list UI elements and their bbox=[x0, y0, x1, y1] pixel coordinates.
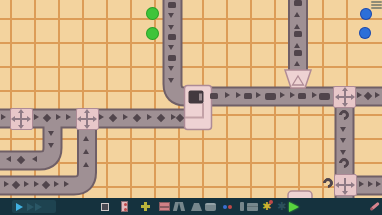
router-east-main-bar-v bbox=[344, 90, 346, 104]
crate-tool[interactable] bbox=[246, 200, 259, 213]
router-west-2-arrow-r bbox=[93, 116, 97, 122]
belt-chevron-u bbox=[294, 61, 300, 66]
green-resource-dot bbox=[146, 7, 159, 20]
belt-chevron-r bbox=[34, 181, 39, 187]
game-board: ✱✱ bbox=[0, 0, 382, 215]
belt-post-tool-glyph bbox=[121, 201, 128, 212]
belt-chevron-r bbox=[312, 92, 317, 98]
belt-chevron-r bbox=[368, 181, 373, 187]
machine-slot bbox=[199, 94, 202, 101]
paired-dots-tool-glyph bbox=[223, 205, 232, 209]
router-east-main-arrow-u bbox=[342, 87, 348, 91]
box-structure-tool[interactable] bbox=[204, 200, 217, 213]
bottom-toolbar: ✱✱ bbox=[0, 198, 382, 215]
belt-chevron-r bbox=[34, 114, 39, 120]
tent-structure-tool-glyph bbox=[191, 203, 202, 211]
belt-chevron-u bbox=[294, 24, 300, 29]
belt-chevron-r bbox=[357, 92, 362, 98]
belt-edge-north-belt-curving-east bbox=[173, 0, 382, 97]
belt-chevron-r bbox=[56, 114, 61, 120]
belt-chevron-u bbox=[294, 12, 300, 17]
router-west-1-arrow-d bbox=[18, 125, 24, 129]
belt-chevron-r bbox=[236, 92, 241, 98]
belt-item-tool bbox=[294, 31, 302, 37]
belt-post-tool[interactable] bbox=[118, 200, 131, 213]
router-west-1-arrow-l bbox=[11, 116, 15, 122]
belt-chevron-r bbox=[24, 181, 29, 187]
router-west-2-arrow-u bbox=[84, 109, 90, 113]
belt-item-widget bbox=[265, 93, 276, 100]
splitter-southeast-arrow-l bbox=[335, 182, 339, 188]
crate-tool-glyph bbox=[247, 203, 258, 211]
paired-dots-tool-blue bbox=[223, 205, 227, 209]
bridge-tool[interactable] bbox=[172, 200, 185, 213]
router-west-2-arrow-l bbox=[77, 116, 81, 122]
router-east-main-arrow-l bbox=[335, 94, 339, 100]
menu-line bbox=[371, 1, 382, 3]
router-west-1-bar-v bbox=[20, 112, 22, 126]
post-small-tool-glyph bbox=[240, 202, 244, 211]
tent-structure-tool[interactable] bbox=[190, 200, 203, 213]
belt-post-tool-dot-top bbox=[124, 203, 127, 206]
belt-chevron-d bbox=[168, 25, 174, 30]
belt-chevron-r bbox=[54, 181, 59, 187]
belt-chevron-u bbox=[83, 162, 89, 167]
belt-chevron-r bbox=[147, 114, 152, 120]
belt-item-tool bbox=[210, 93, 218, 99]
router-east-main-arrow-r bbox=[351, 94, 355, 100]
menu-line bbox=[371, 4, 382, 6]
belt-chevron-r bbox=[123, 114, 128, 120]
list-menu-icon[interactable] bbox=[371, 1, 382, 11]
inactive-gear-tool-glyph: ✱ bbox=[276, 201, 287, 212]
belt-chevron-r bbox=[66, 114, 71, 120]
belt-north-belt-curving-east[interactable] bbox=[173, 0, 382, 97]
router-east-main-arrow-d bbox=[342, 103, 348, 107]
belt-chevron-r bbox=[4, 181, 9, 187]
launch-arrow-tool[interactable] bbox=[287, 200, 300, 213]
splitter-southeast-arrow-r bbox=[351, 182, 355, 188]
select-square-tool[interactable] bbox=[98, 200, 111, 213]
paired-dots-tool[interactable] bbox=[221, 200, 234, 213]
launch-arrow-tool-glyph bbox=[289, 202, 299, 212]
splitter-southeast-arrow-d bbox=[342, 191, 348, 195]
belt-chevron-u bbox=[294, 43, 300, 48]
splitter-southeast-bar-v bbox=[344, 178, 346, 192]
paint-brush-tool[interactable] bbox=[368, 200, 381, 213]
belt-chevron-d bbox=[168, 78, 174, 83]
blue-resource-dot bbox=[359, 27, 371, 39]
add-plus-tool[interactable] bbox=[139, 200, 152, 213]
belt-item-tool bbox=[168, 34, 176, 40]
belt-chevron-l bbox=[32, 156, 37, 162]
add-plus-tool-glyph bbox=[141, 202, 150, 211]
belt-chevron-r bbox=[64, 181, 69, 187]
paired-dots-tool-red bbox=[228, 205, 232, 209]
belt-chevron-l bbox=[6, 156, 11, 162]
belt-chevron-r bbox=[359, 181, 364, 187]
tool-strip: ✱✱ bbox=[0, 198, 382, 215]
belt-chevron-r bbox=[280, 92, 285, 98]
belt-chevron-r bbox=[99, 114, 104, 120]
router-west-2-arrow-d bbox=[84, 125, 90, 129]
belt-post-tool-dot-bottom bbox=[124, 208, 127, 211]
box-structure-tool-glyph bbox=[205, 203, 216, 211]
belt-item-tool bbox=[168, 55, 176, 61]
belt-item-tool bbox=[298, 93, 306, 99]
belt-chevron-r bbox=[376, 181, 381, 187]
belt-chevron-r bbox=[225, 92, 230, 98]
belt-chevron-d bbox=[48, 143, 54, 148]
bridge-tool-l bbox=[172, 202, 178, 211]
belt-chevron-r bbox=[375, 92, 380, 98]
router-west-1-arrow-u bbox=[18, 109, 24, 113]
belt-item-widget bbox=[319, 93, 330, 100]
green-resource-dot bbox=[146, 27, 159, 40]
belt-chevron-d bbox=[340, 138, 346, 143]
wrench-gear-tool-glyph: ✱ bbox=[261, 201, 272, 212]
belt-chevron-r bbox=[256, 92, 261, 98]
belt-chevron-d bbox=[48, 131, 54, 136]
bridge-tool-r bbox=[178, 202, 184, 211]
belt-chevron-d bbox=[168, 13, 174, 18]
belt-item-tool bbox=[294, 0, 302, 6]
router-west-1-arrow-r bbox=[27, 116, 31, 122]
belt-item-tool bbox=[168, 2, 176, 8]
station-tool-glyph bbox=[159, 202, 170, 211]
select-square-tool-glyph bbox=[101, 203, 109, 211]
wrench-gear-tool-badge bbox=[269, 200, 273, 204]
belt-chevron-d bbox=[168, 66, 174, 71]
station-tool[interactable] bbox=[158, 200, 171, 213]
belt-chevron-u bbox=[83, 136, 89, 141]
add-plus-tool-v bbox=[144, 202, 147, 211]
bridge-tool-glyph bbox=[174, 202, 184, 211]
router-west-2-bar-v bbox=[86, 112, 88, 126]
belt-chevron-d bbox=[168, 45, 174, 50]
belt-chevron-r bbox=[1, 114, 6, 120]
belt-chevron-d bbox=[340, 150, 346, 155]
wrench-gear-tool[interactable]: ✱ bbox=[260, 200, 273, 213]
belt-item-tool bbox=[294, 50, 302, 56]
belt-chevron-d bbox=[340, 127, 346, 132]
menu-line bbox=[371, 7, 382, 9]
belt-item-tool bbox=[244, 93, 252, 99]
belt-chevron-r bbox=[290, 92, 295, 98]
paint-brush-tool-glyph bbox=[369, 202, 379, 211]
belt-chevron-u bbox=[83, 149, 89, 154]
